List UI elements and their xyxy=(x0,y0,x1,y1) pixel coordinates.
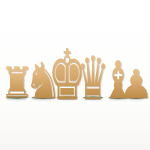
pawn-icon: ♟ xyxy=(119,64,150,104)
pawn-piece: ♟ xyxy=(118,64,150,99)
chess-pieces-photo: ♜ ♞ ♚ ♛ ♝ ♟ xyxy=(0,0,150,150)
